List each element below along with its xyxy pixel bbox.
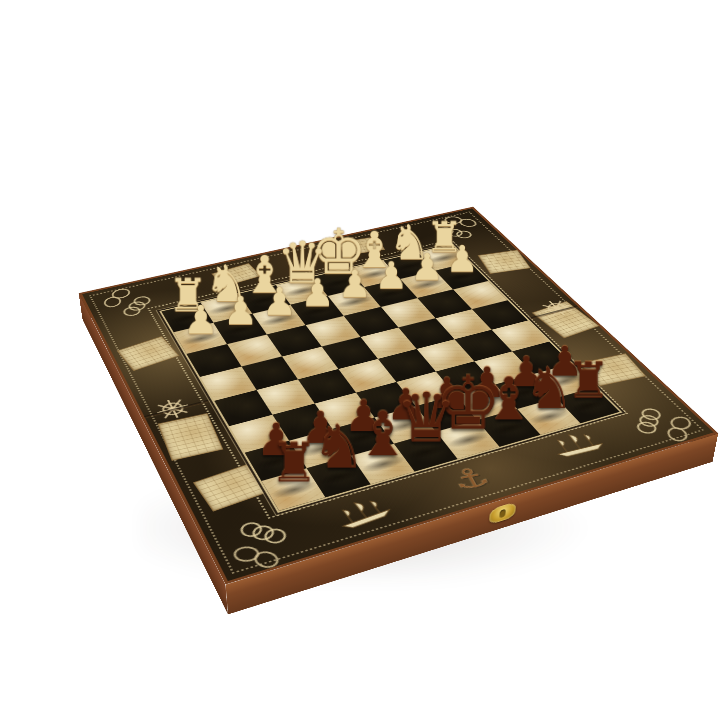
piece-shadow (314, 465, 364, 488)
corner-rope-knot-icon (663, 412, 693, 445)
piece-shadow (401, 441, 450, 462)
anchor-icon: ⚓ (446, 461, 496, 496)
rope-circles-icon (238, 520, 295, 547)
piece-shadow (166, 309, 209, 325)
photo-scene: ⚓ ♜♞♝♛♚♝♞♜♟♟♟♟♟♟♟♟♟♟♟♟♟♟♟♟♜♞♝♛♚♝♞♜ (0, 0, 720, 720)
piece-shadow (370, 285, 411, 300)
piece-shadow (339, 426, 387, 447)
piece-shadow (334, 294, 376, 310)
piece-shadow (464, 393, 510, 412)
piece-shadow (444, 429, 492, 450)
piece-shadow (382, 415, 430, 435)
piece-shadow (251, 450, 301, 472)
rope-circles-icon (436, 226, 477, 240)
piece-shadow (358, 453, 408, 475)
old-map-panel (117, 336, 180, 371)
old-map-panel (211, 263, 261, 287)
piece-shadow (219, 321, 262, 338)
piece-shadow (244, 292, 286, 307)
brass-latch (489, 501, 516, 525)
piece-shadow (442, 269, 482, 284)
piece-shadow (390, 259, 430, 273)
board-top-face: ⚓ ♜♞♝♛♚♝♞♜♟♟♟♟♟♟♟♟♟♟♟♟♟♟♟♟♜♞♝♛♚♝♞♜ (79, 207, 719, 585)
piece-shadow (258, 312, 301, 328)
piece-shadow (268, 478, 319, 501)
piece-shadow (565, 395, 611, 414)
square-g6 (474, 351, 533, 384)
piece-shadow (205, 301, 247, 317)
piece-shadow (423, 404, 470, 424)
sailing-ship-icon (323, 490, 401, 535)
piece-shadow (485, 418, 533, 438)
piece-shadow (354, 267, 394, 282)
chess-board-box: ⚓ ♜♞♝♛♚♝♞♜♟♟♟♟♟♟♟♟♟♟♟♟♟♟♟♟♜♞♝♛♚♝♞♜ (79, 207, 719, 585)
old-map-panel (337, 236, 385, 256)
corner-rope-knot-icon (226, 541, 287, 571)
piece-shadow (296, 303, 338, 319)
piece-shadow (179, 330, 223, 347)
piece-shadow (542, 372, 587, 391)
piece-shadow (503, 382, 549, 401)
old-map-panel (157, 413, 223, 461)
piece-shadow (281, 283, 322, 298)
old-map-panel (478, 250, 531, 274)
piece-shadow (406, 277, 447, 292)
piece-shadow (526, 406, 573, 426)
rope-circles-icon (634, 404, 662, 435)
piece-shadow (296, 438, 345, 459)
piece-shadow (424, 251, 463, 265)
piece-shadow (318, 275, 359, 290)
